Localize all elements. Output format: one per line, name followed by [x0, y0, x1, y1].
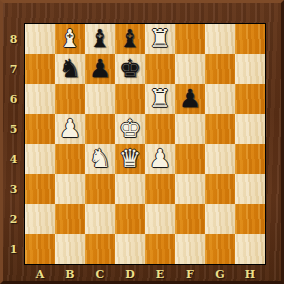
square-h7[interactable] [235, 54, 265, 84]
file-label-b: B [55, 264, 85, 284]
chessboard-frame: 87654321 ♝♝♝♜♞♟♚♜♟♟♚♞♛♟ ABCDEFGH [0, 0, 284, 284]
white-knight[interactable]: ♞ [89, 146, 111, 171]
rank-label-8: 8 [3, 24, 24, 54]
rank-label-2: 2 [3, 204, 24, 234]
file-label-g: G [205, 264, 235, 284]
square-g6[interactable] [205, 84, 235, 114]
square-d5[interactable]: ♚ [115, 114, 145, 144]
black-bishop[interactable]: ♝ [89, 26, 111, 51]
file-label-d: D [115, 264, 145, 284]
square-g8[interactable] [205, 24, 235, 54]
square-b1[interactable] [55, 234, 85, 264]
square-f6[interactable]: ♟ [175, 84, 205, 114]
square-e3[interactable] [145, 174, 175, 204]
square-a4[interactable] [25, 144, 55, 174]
square-h2[interactable] [235, 204, 265, 234]
rank-labels: 87654321 [3, 24, 24, 264]
square-f5[interactable] [175, 114, 205, 144]
square-a6[interactable] [25, 84, 55, 114]
white-pawn[interactable]: ♟ [149, 146, 171, 171]
rank-label-6: 6 [3, 84, 24, 114]
file-label-h: H [235, 264, 265, 284]
file-label-e: E [145, 264, 175, 284]
square-d6[interactable] [115, 84, 145, 114]
rank-label-4: 4 [3, 144, 24, 174]
black-king[interactable]: ♚ [119, 56, 141, 81]
square-d8[interactable]: ♝ [115, 24, 145, 54]
square-b4[interactable] [55, 144, 85, 174]
square-f4[interactable] [175, 144, 205, 174]
square-f7[interactable] [175, 54, 205, 84]
square-b2[interactable] [55, 204, 85, 234]
square-e6[interactable]: ♜ [145, 84, 175, 114]
square-a3[interactable] [25, 174, 55, 204]
square-h6[interactable] [235, 84, 265, 114]
square-a7[interactable] [25, 54, 55, 84]
square-d7[interactable]: ♚ [115, 54, 145, 84]
black-pawn[interactable]: ♟ [179, 86, 201, 111]
square-e7[interactable] [145, 54, 175, 84]
rank-label-7: 7 [3, 54, 24, 84]
square-d3[interactable] [115, 174, 145, 204]
square-c2[interactable] [85, 204, 115, 234]
square-a2[interactable] [25, 204, 55, 234]
white-rook[interactable]: ♜ [149, 86, 171, 111]
square-g1[interactable] [205, 234, 235, 264]
square-a8[interactable] [25, 24, 55, 54]
rank-label-5: 5 [3, 114, 24, 144]
chess-board[interactable]: ♝♝♝♜♞♟♚♜♟♟♚♞♛♟ [24, 23, 266, 265]
square-c8[interactable]: ♝ [85, 24, 115, 54]
square-g3[interactable] [205, 174, 235, 204]
square-d1[interactable] [115, 234, 145, 264]
black-knight[interactable]: ♞ [59, 56, 81, 81]
white-pawn[interactable]: ♟ [59, 116, 81, 141]
square-g2[interactable] [205, 204, 235, 234]
square-a5[interactable] [25, 114, 55, 144]
square-c3[interactable] [85, 174, 115, 204]
white-bishop[interactable]: ♝ [59, 26, 81, 51]
square-g5[interactable] [205, 114, 235, 144]
square-e5[interactable] [145, 114, 175, 144]
square-b8[interactable]: ♝ [55, 24, 85, 54]
square-g7[interactable] [205, 54, 235, 84]
square-b5[interactable]: ♟ [55, 114, 85, 144]
square-e1[interactable] [145, 234, 175, 264]
square-h5[interactable] [235, 114, 265, 144]
square-d2[interactable] [115, 204, 145, 234]
square-f8[interactable] [175, 24, 205, 54]
white-queen[interactable]: ♛ [119, 146, 141, 171]
white-king[interactable]: ♚ [119, 116, 141, 141]
square-c1[interactable] [85, 234, 115, 264]
rank-label-3: 3 [3, 174, 24, 204]
square-b6[interactable] [55, 84, 85, 114]
square-c7[interactable]: ♟ [85, 54, 115, 84]
white-rook[interactable]: ♜ [149, 26, 171, 51]
square-d4[interactable]: ♛ [115, 144, 145, 174]
file-labels: ABCDEFGH [25, 264, 265, 284]
square-c5[interactable] [85, 114, 115, 144]
square-b7[interactable]: ♞ [55, 54, 85, 84]
square-e2[interactable] [145, 204, 175, 234]
square-g4[interactable] [205, 144, 235, 174]
square-f1[interactable] [175, 234, 205, 264]
square-h3[interactable] [235, 174, 265, 204]
file-label-a: A [25, 264, 55, 284]
square-e4[interactable]: ♟ [145, 144, 175, 174]
square-c4[interactable]: ♞ [85, 144, 115, 174]
black-bishop[interactable]: ♝ [119, 26, 141, 51]
file-label-c: C [85, 264, 115, 284]
square-a1[interactable] [25, 234, 55, 264]
square-h4[interactable] [235, 144, 265, 174]
square-f2[interactable] [175, 204, 205, 234]
rank-label-1: 1 [3, 234, 24, 264]
file-label-f: F [175, 264, 205, 284]
square-h1[interactable] [235, 234, 265, 264]
square-h8[interactable] [235, 24, 265, 54]
square-f3[interactable] [175, 174, 205, 204]
square-e8[interactable]: ♜ [145, 24, 175, 54]
black-pawn[interactable]: ♟ [89, 56, 111, 81]
square-b3[interactable] [55, 174, 85, 204]
square-c6[interactable] [85, 84, 115, 114]
